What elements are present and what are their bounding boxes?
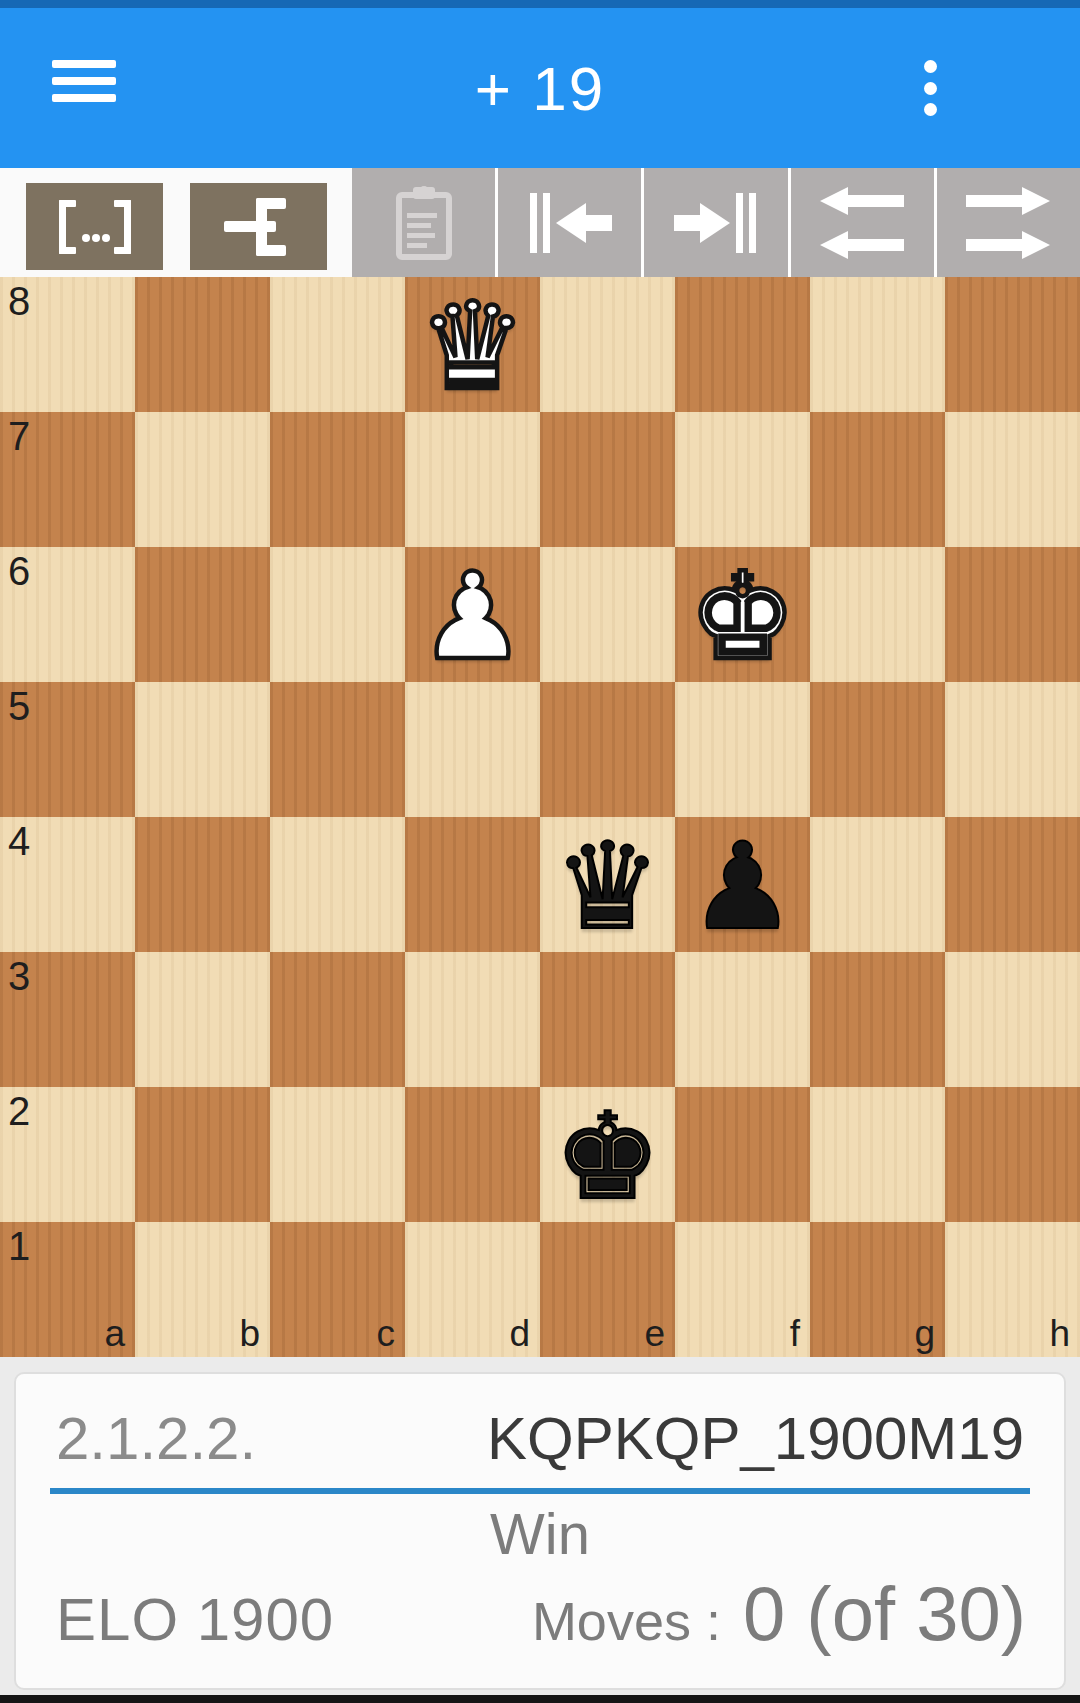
white-pawn[interactable]: ♟ xyxy=(419,557,527,677)
square-h2[interactable] xyxy=(945,1087,1080,1222)
menu-icon[interactable] xyxy=(52,60,116,102)
file-label-d: d xyxy=(509,1313,530,1355)
white-king[interactable]: ♚ xyxy=(689,557,797,677)
square-d8[interactable]: ♛ xyxy=(405,277,540,412)
chess-board: 8♛76♟♚54♛♟32♚1abcdefgh xyxy=(0,277,1080,1357)
black-king[interactable]: ♚ xyxy=(554,1097,662,1217)
skip-to-start-icon xyxy=(522,187,618,259)
square-b1[interactable]: b xyxy=(135,1222,270,1357)
square-d7[interactable] xyxy=(405,412,540,547)
double-arrow-right-icon xyxy=(960,181,1056,265)
square-a2[interactable]: 2 xyxy=(0,1087,135,1222)
square-h8[interactable] xyxy=(945,277,1080,412)
square-e2[interactable]: ♚ xyxy=(540,1087,675,1222)
square-c5[interactable] xyxy=(270,682,405,817)
square-c7[interactable] xyxy=(270,412,405,547)
square-d6[interactable]: ♟ xyxy=(405,547,540,682)
file-label-f: f xyxy=(790,1313,800,1355)
square-f1[interactable]: f xyxy=(675,1222,810,1357)
brackets-ellipsis-icon xyxy=(47,194,143,260)
puzzle-info-card: 2.1.2.2. KQPKQP_1900M19 Win ELO 1900 Mov… xyxy=(14,1372,1066,1690)
file-label-c: c xyxy=(377,1313,396,1355)
square-g7[interactable] xyxy=(810,412,945,547)
skip-to-end-icon xyxy=(668,187,764,259)
rank-label-5: 5 xyxy=(8,684,30,729)
square-e7[interactable] xyxy=(540,412,675,547)
file-label-e: e xyxy=(644,1313,665,1355)
square-b2[interactable] xyxy=(135,1087,270,1222)
square-g4[interactable] xyxy=(810,817,945,952)
square-a4[interactable]: 4 xyxy=(0,817,135,952)
square-c3[interactable] xyxy=(270,952,405,1087)
page-title: + 19 xyxy=(0,8,1080,168)
square-g5[interactable] xyxy=(810,682,945,817)
square-b3[interactable] xyxy=(135,952,270,1087)
square-c2[interactable] xyxy=(270,1087,405,1222)
square-h3[interactable] xyxy=(945,952,1080,1087)
double-arrow-left-icon xyxy=(814,181,910,265)
variation-tree-icon xyxy=(220,194,298,260)
back-button[interactable] xyxy=(791,168,934,277)
square-h4[interactable] xyxy=(945,817,1080,952)
variations-button[interactable] xyxy=(190,183,327,270)
square-f8[interactable] xyxy=(675,277,810,412)
square-a7[interactable]: 7 xyxy=(0,412,135,547)
square-f3[interactable] xyxy=(675,952,810,1087)
app-bar: + 19 xyxy=(0,8,1080,168)
square-g2[interactable] xyxy=(810,1087,945,1222)
square-g1[interactable]: g xyxy=(810,1222,945,1357)
square-f5[interactable] xyxy=(675,682,810,817)
square-d1[interactable]: d xyxy=(405,1222,540,1357)
rank-label-6: 6 xyxy=(8,549,30,594)
file-label-b: b xyxy=(239,1313,260,1355)
rank-label-2: 2 xyxy=(8,1089,30,1134)
puzzle-goal: Win xyxy=(16,1500,1064,1567)
square-d3[interactable] xyxy=(405,952,540,1087)
moves-label: Moves : xyxy=(532,1590,721,1652)
square-c8[interactable] xyxy=(270,277,405,412)
square-c4[interactable] xyxy=(270,817,405,952)
puzzle-set-name: KQPKQP_1900M19 xyxy=(487,1404,1024,1473)
rank-label-3: 3 xyxy=(8,954,30,999)
file-label-h: h xyxy=(1049,1313,1070,1355)
square-c6[interactable] xyxy=(270,547,405,682)
file-label-g: g xyxy=(914,1313,935,1355)
square-e1[interactable]: e xyxy=(540,1222,675,1357)
elo-rating: ELO 1900 xyxy=(56,1585,334,1654)
square-g6[interactable] xyxy=(810,547,945,682)
file-label-a: a xyxy=(104,1313,125,1355)
square-d4[interactable] xyxy=(405,817,540,952)
square-e8[interactable] xyxy=(540,277,675,412)
square-a3[interactable]: 3 xyxy=(0,952,135,1087)
square-f4[interactable]: ♟ xyxy=(675,817,810,952)
puzzle-index: 2.1.2.2. xyxy=(56,1404,256,1473)
clipboard-icon xyxy=(391,183,457,263)
square-h7[interactable] xyxy=(945,412,1080,547)
square-b7[interactable] xyxy=(135,412,270,547)
square-b6[interactable] xyxy=(135,547,270,682)
square-h5[interactable] xyxy=(945,682,1080,817)
square-e6[interactable] xyxy=(540,547,675,682)
square-g3[interactable] xyxy=(810,952,945,1087)
status-bar xyxy=(0,0,1080,8)
square-a6[interactable]: 6 xyxy=(0,547,135,682)
black-pawn[interactable]: ♟ xyxy=(689,827,797,947)
rank-label-4: 4 xyxy=(8,819,30,864)
square-e4[interactable]: ♛ xyxy=(540,817,675,952)
white-queen[interactable]: ♛ xyxy=(419,287,527,407)
divider xyxy=(50,1488,1030,1494)
square-e3[interactable] xyxy=(540,952,675,1087)
square-b8[interactable] xyxy=(135,277,270,412)
black-queen[interactable]: ♛ xyxy=(554,827,662,947)
square-g8[interactable] xyxy=(810,277,945,412)
rank-label-8: 8 xyxy=(8,279,30,324)
moves-count: 0 (of 30) xyxy=(743,1570,1026,1657)
square-d5[interactable] xyxy=(405,682,540,817)
square-f6[interactable]: ♚ xyxy=(675,547,810,682)
rank-label-1: 1 xyxy=(8,1224,30,1269)
overflow-menu-icon[interactable] xyxy=(924,60,938,116)
go-to-end-button[interactable] xyxy=(644,168,787,277)
square-d2[interactable] xyxy=(405,1087,540,1222)
square-f2[interactable] xyxy=(675,1087,810,1222)
app-screen: + 19 xyxy=(0,0,1080,1703)
moves-list-button[interactable] xyxy=(26,183,163,270)
notation-button[interactable] xyxy=(352,168,495,277)
square-b4[interactable] xyxy=(135,817,270,952)
square-a8[interactable]: 8 xyxy=(0,277,135,412)
toolbar xyxy=(0,168,1080,277)
square-c1[interactable]: c xyxy=(270,1222,405,1357)
square-h6[interactable] xyxy=(945,547,1080,682)
forward-button[interactable] xyxy=(937,168,1080,277)
square-h1[interactable]: h xyxy=(945,1222,1080,1357)
square-a5[interactable]: 5 xyxy=(0,682,135,817)
square-a1[interactable]: 1a xyxy=(0,1222,135,1357)
rank-label-7: 7 xyxy=(8,414,30,459)
square-f7[interactable] xyxy=(675,412,810,547)
go-to-start-button[interactable] xyxy=(498,168,641,277)
square-e5[interactable] xyxy=(540,682,675,817)
toolbar-nav-group xyxy=(352,168,1080,277)
square-b5[interactable] xyxy=(135,682,270,817)
bottom-edge xyxy=(0,1695,1080,1703)
